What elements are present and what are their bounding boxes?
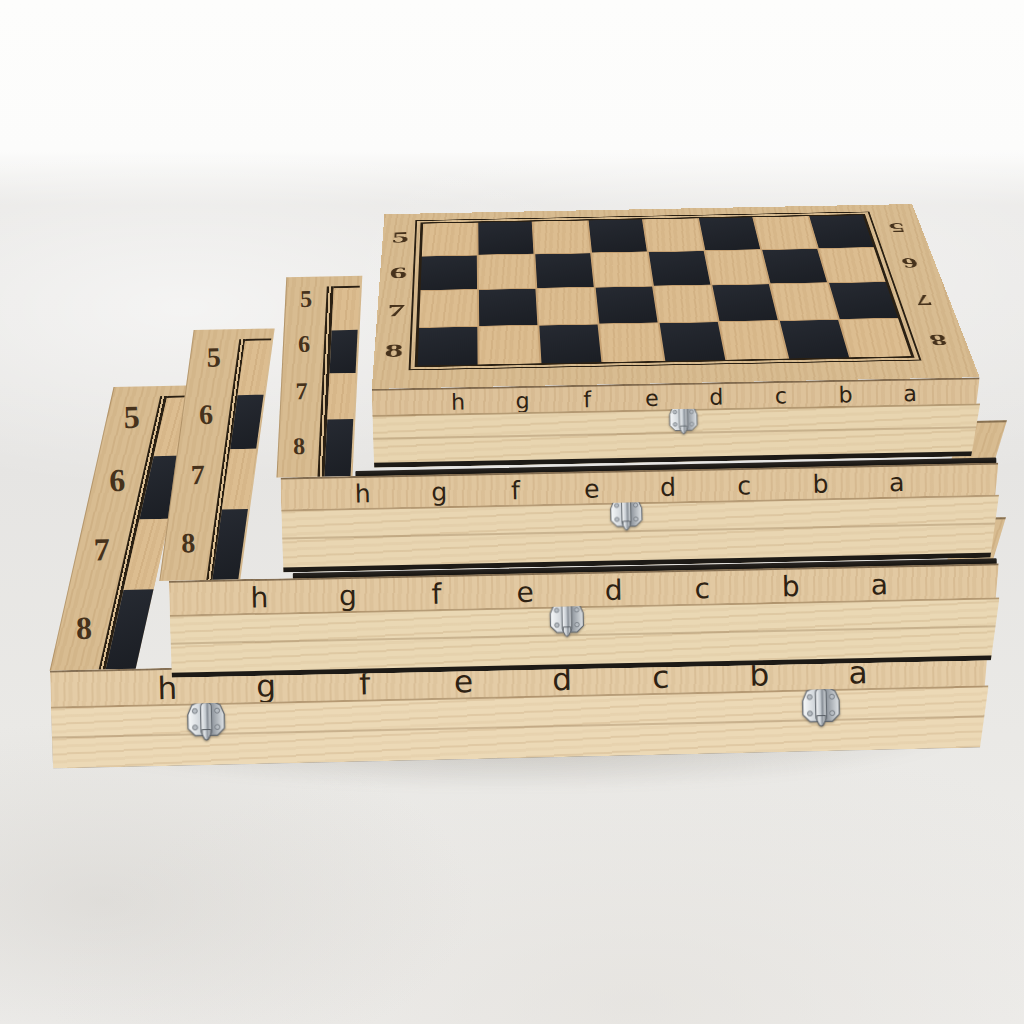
chess-box-1-smallest: 56785678hgfedcba bbox=[368, 182, 984, 614]
rank-label: 5 bbox=[206, 342, 221, 374]
rank-label: 7 bbox=[387, 300, 406, 320]
square-b7 bbox=[771, 283, 838, 320]
square-h5 bbox=[422, 223, 477, 256]
sliver-square-h7 bbox=[327, 373, 355, 420]
square-f7 bbox=[537, 288, 597, 325]
rank-label-cell: 6 bbox=[878, 244, 942, 281]
product-photo-scene: 5678hgfedcba 5678hgfedcba 5678hgfedcba 5… bbox=[0, 0, 1024, 1024]
rank-label: 5 bbox=[123, 398, 140, 435]
square-e6 bbox=[592, 252, 652, 287]
square-d8 bbox=[660, 322, 726, 361]
rank-label-cell: 7 bbox=[376, 291, 416, 331]
rank-label-rotated: 5 bbox=[886, 220, 907, 236]
square-a6 bbox=[819, 248, 885, 283]
rank-label-cell: 6 bbox=[379, 254, 418, 291]
rank-label: 6 bbox=[109, 462, 126, 499]
square-c7 bbox=[712, 284, 777, 321]
rank-label-cell: 7 bbox=[281, 367, 323, 417]
rank-label: 7 bbox=[93, 532, 110, 569]
rank-label-cell: 7 bbox=[890, 281, 957, 321]
square-f5 bbox=[533, 220, 590, 253]
rank-label-cell: 8 bbox=[278, 416, 321, 478]
rank-label: 8 bbox=[76, 610, 93, 647]
rank-label: 8 bbox=[384, 339, 404, 361]
rank-label: 7 bbox=[190, 459, 205, 491]
square-f6 bbox=[535, 253, 593, 288]
rank-label: 6 bbox=[298, 331, 311, 358]
rank-label: 8 bbox=[181, 527, 196, 559]
square-a7 bbox=[829, 282, 898, 319]
file-label: b bbox=[838, 382, 852, 407]
square-f8 bbox=[539, 324, 601, 363]
rank-label-cell: 5 bbox=[382, 220, 419, 255]
rank-label-cell: 5 bbox=[866, 210, 928, 245]
sliver-square-h6 bbox=[330, 330, 358, 373]
file-label: e bbox=[645, 386, 659, 411]
rank-label-cell: 5 bbox=[285, 276, 327, 322]
rank-label-rotated: 8 bbox=[926, 330, 949, 349]
square-d7 bbox=[654, 285, 718, 322]
rank-label-cell: 6 bbox=[179, 386, 233, 444]
lid-surface: 56785678 bbox=[372, 204, 980, 389]
square-e8 bbox=[599, 323, 663, 362]
square-h6 bbox=[421, 255, 477, 290]
file-label: h bbox=[451, 390, 465, 415]
rank-label-cell: 6 bbox=[283, 322, 325, 368]
file-label: a bbox=[903, 381, 917, 406]
rank-label-cell: 5 bbox=[187, 329, 241, 387]
square-e5 bbox=[589, 219, 647, 252]
sliver-square-h8 bbox=[325, 419, 354, 477]
rank-label-rotated: 7 bbox=[912, 291, 934, 309]
square-b8 bbox=[780, 320, 849, 359]
square-b6 bbox=[762, 249, 827, 284]
file-label: g bbox=[515, 388, 529, 413]
file-label: d bbox=[709, 385, 723, 410]
rank-label: 5 bbox=[300, 286, 313, 313]
square-d5 bbox=[644, 218, 704, 251]
square-h7 bbox=[419, 290, 477, 327]
square-c8 bbox=[720, 321, 788, 360]
square-h8 bbox=[418, 327, 478, 366]
lid-left-wedge: 5678 bbox=[159, 328, 274, 580]
rank-label: 8 bbox=[293, 433, 306, 460]
square-g8 bbox=[479, 325, 539, 364]
square-e7 bbox=[596, 287, 658, 324]
square-g6 bbox=[479, 254, 536, 289]
rank-label: 5 bbox=[391, 228, 409, 246]
square-a8 bbox=[840, 319, 911, 358]
rank-label: 6 bbox=[199, 399, 214, 431]
latch-clasp bbox=[668, 403, 699, 449]
file-label: f bbox=[583, 387, 591, 412]
square-g5 bbox=[478, 222, 533, 255]
rank-label-rotated: 6 bbox=[899, 254, 920, 270]
rank-margin-left: 5678 bbox=[373, 220, 419, 372]
square-g7 bbox=[479, 289, 537, 326]
square-c5 bbox=[699, 217, 760, 250]
file-label: c bbox=[775, 383, 788, 408]
chessboard-lid bbox=[415, 214, 915, 367]
rank-label-cell: 8 bbox=[903, 319, 972, 361]
square-d6 bbox=[649, 251, 711, 286]
sliver-square-h5 bbox=[332, 288, 360, 331]
rank-label-cell: 8 bbox=[373, 329, 414, 371]
rank-label: 6 bbox=[389, 263, 407, 282]
square-a5 bbox=[809, 215, 873, 248]
file-label: h bbox=[250, 581, 268, 614]
square-c6 bbox=[705, 250, 768, 285]
lid-left-wedge: 5678 bbox=[277, 276, 363, 478]
square-b5 bbox=[754, 216, 817, 249]
file-label: h bbox=[355, 479, 371, 508]
rank-label: 7 bbox=[295, 378, 308, 405]
